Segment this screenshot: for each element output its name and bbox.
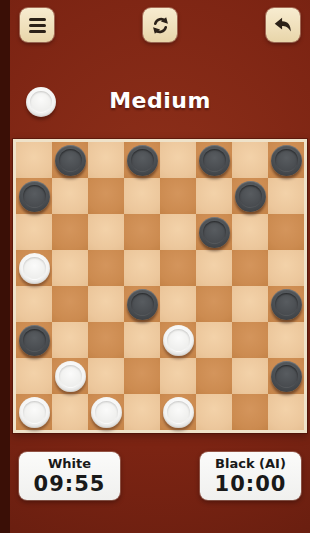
board-square[interactable] [52,286,88,322]
board-square[interactable] [160,214,196,250]
board-square[interactable] [160,286,196,322]
board-square[interactable] [16,358,52,394]
board-square[interactable] [88,394,124,430]
board-square[interactable] [232,178,268,214]
board-square[interactable] [52,322,88,358]
board-square[interactable] [124,286,160,322]
checker-piece-black[interactable] [271,289,302,320]
checker-piece-black[interactable] [55,145,86,176]
checker-piece-black[interactable] [199,145,230,176]
checker-piece-black[interactable] [19,325,50,356]
checker-piece-white[interactable] [19,253,50,284]
board-square[interactable] [52,214,88,250]
board-square[interactable] [268,358,304,394]
board-square[interactable] [232,214,268,250]
board-square[interactable] [160,322,196,358]
board-square[interactable] [196,322,232,358]
board-square[interactable] [232,322,268,358]
undo-arrow-icon [272,14,294,36]
checker-piece-black[interactable] [271,361,302,392]
board-square[interactable] [124,178,160,214]
refresh-icon [150,15,171,36]
board-square[interactable] [232,358,268,394]
board-square[interactable] [88,178,124,214]
black-timer-panel: Black (AI) 10:00 [200,452,301,500]
board-square[interactable] [160,358,196,394]
black-timer-label: Black (AI) [215,456,286,472]
checker-piece-black[interactable] [199,217,230,248]
board-square[interactable] [232,286,268,322]
menu-button[interactable] [20,8,54,42]
checker-piece-white[interactable] [163,397,194,428]
board-square[interactable] [52,394,88,430]
board-square[interactable] [196,394,232,430]
board[interactable] [13,139,307,433]
board-square[interactable] [52,178,88,214]
undo-button[interactable] [266,8,300,42]
checker-piece-white[interactable] [91,397,122,428]
app-screen: Medium White 09:55 Black (AI) 10:00 [10,0,310,533]
difficulty-title: Medium [10,88,310,113]
title-row: Medium [10,88,310,120]
board-square[interactable] [88,142,124,178]
checker-piece-black[interactable] [127,289,158,320]
board-square[interactable] [16,214,52,250]
board-square[interactable] [124,358,160,394]
black-timer-value: 10:00 [215,472,287,496]
board-square[interactable] [88,250,124,286]
board-square[interactable] [196,358,232,394]
board-square[interactable] [268,286,304,322]
board-square[interactable] [196,178,232,214]
board-square[interactable] [232,394,268,430]
white-timer-label: White [48,456,91,472]
board-square[interactable] [232,142,268,178]
board-square[interactable] [196,142,232,178]
restart-button[interactable] [143,8,177,42]
checker-piece-black[interactable] [127,145,158,176]
board-square[interactable] [268,214,304,250]
hamburger-icon [29,18,46,33]
board-square[interactable] [52,358,88,394]
checker-piece-black[interactable] [235,181,266,212]
board-square[interactable] [268,178,304,214]
board-square[interactable] [268,322,304,358]
white-timer-panel: White 09:55 [19,452,120,500]
checker-piece-black[interactable] [271,145,302,176]
board-square[interactable] [160,142,196,178]
board-square[interactable] [268,250,304,286]
board-square[interactable] [196,250,232,286]
board-square[interactable] [124,250,160,286]
board-square[interactable] [16,322,52,358]
board-square[interactable] [160,250,196,286]
board-square[interactable] [232,250,268,286]
board-square[interactable] [16,394,52,430]
board-square[interactable] [196,214,232,250]
board-square[interactable] [88,286,124,322]
checker-piece-white[interactable] [19,397,50,428]
board-square[interactable] [16,178,52,214]
board-square[interactable] [16,286,52,322]
checker-piece-white[interactable] [55,361,86,392]
board-square[interactable] [268,394,304,430]
board-square[interactable] [124,322,160,358]
board-square[interactable] [124,142,160,178]
board-square[interactable] [268,142,304,178]
board-square[interactable] [88,214,124,250]
board-square[interactable] [52,250,88,286]
checker-piece-white[interactable] [163,325,194,356]
board-square[interactable] [124,214,160,250]
board-square[interactable] [160,394,196,430]
board-square[interactable] [88,322,124,358]
board-square[interactable] [124,394,160,430]
board-square[interactable] [52,142,88,178]
white-timer-value: 09:55 [34,472,106,496]
board-square[interactable] [88,358,124,394]
board-square[interactable] [160,178,196,214]
checker-piece-black[interactable] [19,181,50,212]
board-square[interactable] [16,250,52,286]
board-square[interactable] [16,142,52,178]
board-square[interactable] [196,286,232,322]
